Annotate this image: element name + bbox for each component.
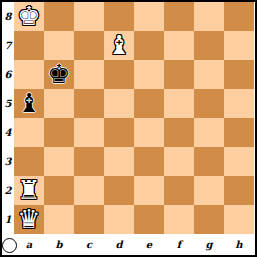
square-c7[interactable] — [74, 31, 104, 60]
square-b6[interactable]: ♚ — [44, 60, 74, 89]
square-a1[interactable]: ♛ — [14, 205, 44, 234]
piece-white-rook[interactable]: ♜ — [17, 176, 40, 205]
square-e7[interactable] — [134, 31, 164, 60]
square-h2[interactable] — [224, 176, 254, 205]
chess-board[interactable]: ♚♝♚♝♜♛ — [14, 2, 254, 234]
rank-label-7: 7 — [2, 31, 14, 60]
file-label-e: e — [134, 235, 164, 254]
square-c3[interactable] — [74, 147, 104, 176]
square-g7[interactable] — [194, 31, 224, 60]
square-d4[interactable] — [104, 118, 134, 147]
square-b8[interactable] — [44, 2, 74, 31]
square-a6[interactable] — [14, 60, 44, 89]
square-f5[interactable] — [164, 89, 194, 118]
square-g1[interactable] — [194, 205, 224, 234]
square-h6[interactable] — [224, 60, 254, 89]
square-d3[interactable] — [104, 147, 134, 176]
square-c5[interactable] — [74, 89, 104, 118]
square-h5[interactable] — [224, 89, 254, 118]
square-f1[interactable] — [164, 205, 194, 234]
square-a2[interactable]: ♜ — [14, 176, 44, 205]
square-h3[interactable] — [224, 147, 254, 176]
file-label-g: g — [194, 235, 224, 254]
square-c8[interactable] — [74, 2, 104, 31]
rank-label-8: 8 — [2, 2, 14, 31]
square-d2[interactable] — [104, 176, 134, 205]
square-c1[interactable] — [74, 205, 104, 234]
square-d1[interactable] — [104, 205, 134, 234]
square-b4[interactable] — [44, 118, 74, 147]
square-d5[interactable] — [104, 89, 134, 118]
file-label-c: c — [74, 235, 104, 254]
square-h4[interactable] — [224, 118, 254, 147]
piece-white-queen[interactable]: ♛ — [17, 205, 40, 234]
file-label-h: h — [224, 235, 254, 254]
square-f6[interactable] — [164, 60, 194, 89]
square-e5[interactable] — [134, 89, 164, 118]
square-b1[interactable] — [44, 205, 74, 234]
square-e3[interactable] — [134, 147, 164, 176]
file-label-b: b — [44, 235, 74, 254]
square-e6[interactable] — [134, 60, 164, 89]
square-f3[interactable] — [164, 147, 194, 176]
square-f7[interactable] — [164, 31, 194, 60]
chess-diagram: 87654321 ♚♝♚♝♜♛ abcdefgh — [0, 0, 257, 257]
square-g3[interactable] — [194, 147, 224, 176]
square-g4[interactable] — [194, 118, 224, 147]
rank-label-4: 4 — [2, 118, 14, 147]
square-d6[interactable] — [104, 60, 134, 89]
square-c2[interactable] — [74, 176, 104, 205]
square-b3[interactable] — [44, 147, 74, 176]
square-b5[interactable] — [44, 89, 74, 118]
rank-label-2: 2 — [2, 176, 14, 205]
rank-label-3: 3 — [2, 147, 14, 176]
square-a7[interactable] — [14, 31, 44, 60]
rank-label-6: 6 — [2, 60, 14, 89]
piece-white-king[interactable]: ♚ — [17, 2, 40, 31]
square-a5[interactable]: ♝ — [14, 89, 44, 118]
square-e1[interactable] — [134, 205, 164, 234]
square-f2[interactable] — [164, 176, 194, 205]
square-a8[interactable]: ♚ — [14, 2, 44, 31]
square-e4[interactable] — [134, 118, 164, 147]
square-g6[interactable] — [194, 60, 224, 89]
file-label-f: f — [164, 235, 194, 254]
square-f8[interactable] — [164, 2, 194, 31]
square-g5[interactable] — [194, 89, 224, 118]
square-b7[interactable] — [44, 31, 74, 60]
rank-label-1: 1 — [2, 205, 14, 234]
white-to-move-circle-icon — [2, 238, 17, 253]
piece-black-bishop[interactable]: ♝ — [17, 89, 40, 118]
square-e8[interactable] — [134, 2, 164, 31]
file-label-d: d — [104, 235, 134, 254]
piece-white-bishop[interactable]: ♝ — [107, 31, 130, 60]
file-label-a: a — [14, 235, 44, 254]
piece-black-king[interactable]: ♚ — [47, 60, 70, 89]
square-d7[interactable]: ♝ — [104, 31, 134, 60]
square-d8[interactable] — [104, 2, 134, 31]
square-h1[interactable] — [224, 205, 254, 234]
square-a3[interactable] — [14, 147, 44, 176]
square-g2[interactable] — [194, 176, 224, 205]
square-f4[interactable] — [164, 118, 194, 147]
rank-labels: 87654321 — [2, 2, 14, 234]
square-h8[interactable] — [224, 2, 254, 31]
square-g8[interactable] — [194, 2, 224, 31]
square-a4[interactable] — [14, 118, 44, 147]
square-c6[interactable] — [74, 60, 104, 89]
rank-label-5: 5 — [2, 89, 14, 118]
file-labels: abcdefgh — [14, 235, 254, 254]
square-b2[interactable] — [44, 176, 74, 205]
square-h7[interactable] — [224, 31, 254, 60]
square-c4[interactable] — [74, 118, 104, 147]
square-e2[interactable] — [134, 176, 164, 205]
